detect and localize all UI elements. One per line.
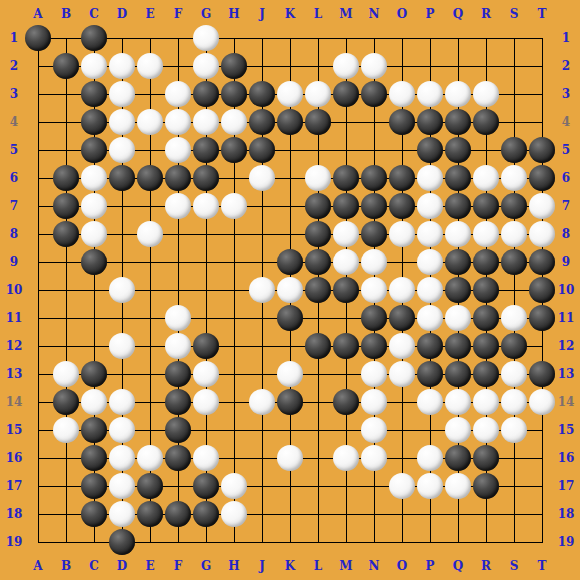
row-label-left-17: 17 [6, 480, 23, 492]
stone-black-F18 [165, 501, 191, 527]
stone-black-L12 [305, 333, 331, 359]
stone-white-D12 [109, 333, 135, 359]
stone-black-J3 [249, 81, 275, 107]
stone-black-T11 [529, 305, 555, 331]
col-label-bottom-O: O [397, 560, 407, 572]
stone-black-Q7 [445, 193, 471, 219]
col-label-top-T: T [538, 8, 547, 20]
stone-black-F6 [165, 165, 191, 191]
stone-white-T7 [529, 193, 555, 219]
row-label-right-14: 14 [558, 396, 575, 408]
col-label-bottom-R: R [481, 560, 491, 572]
stone-black-K4 [277, 109, 303, 135]
row-label-right-1: 1 [562, 32, 570, 44]
row-label-left-4: 4 [10, 116, 18, 128]
stone-white-B13 [53, 361, 79, 387]
stone-white-H7 [221, 193, 247, 219]
row-label-left-19: 19 [6, 536, 23, 548]
col-label-top-C: C [89, 8, 99, 20]
stone-white-P14 [417, 389, 443, 415]
stone-black-O7 [389, 193, 415, 219]
stone-white-G16 [193, 445, 219, 471]
stone-white-D10 [109, 277, 135, 303]
stone-white-H4 [221, 109, 247, 135]
stone-white-M16 [333, 445, 359, 471]
stone-black-G17 [193, 473, 219, 499]
col-label-bottom-A: A [33, 560, 42, 572]
stone-black-N8 [361, 221, 387, 247]
row-label-left-9: 9 [10, 256, 18, 268]
stone-black-P13 [417, 361, 443, 387]
row-label-right-10: 10 [558, 284, 575, 296]
stone-white-F4 [165, 109, 191, 135]
stone-black-T13 [529, 361, 555, 387]
stone-white-C14 [81, 389, 107, 415]
stone-black-L8 [305, 221, 331, 247]
stone-white-S14 [501, 389, 527, 415]
stone-white-S15 [501, 417, 527, 443]
stone-white-D2 [109, 53, 135, 79]
stone-black-D6 [109, 165, 135, 191]
stone-black-F15 [165, 417, 191, 443]
stone-black-D19 [109, 529, 135, 555]
stone-black-P12 [417, 333, 443, 359]
stone-black-L10 [305, 277, 331, 303]
col-label-bottom-M: M [339, 560, 352, 572]
stone-white-L3 [305, 81, 331, 107]
stone-black-K11 [277, 305, 303, 331]
stone-white-N14 [361, 389, 387, 415]
row-label-left-12: 12 [6, 340, 23, 352]
stone-black-O11 [389, 305, 415, 331]
stone-white-B15 [53, 417, 79, 443]
col-label-top-O: O [397, 8, 407, 20]
stone-black-E6 [137, 165, 163, 191]
row-label-left-15: 15 [6, 424, 23, 436]
stone-white-N10 [361, 277, 387, 303]
stone-black-L4 [305, 109, 331, 135]
stone-black-R11 [473, 305, 499, 331]
stone-white-O8 [389, 221, 415, 247]
row-label-left-18: 18 [6, 508, 23, 520]
stone-black-N7 [361, 193, 387, 219]
stone-black-M7 [333, 193, 359, 219]
stone-white-O17 [389, 473, 415, 499]
stone-black-C18 [81, 501, 107, 527]
row-label-right-19: 19 [558, 536, 575, 548]
stone-black-R17 [473, 473, 499, 499]
stone-white-E2 [137, 53, 163, 79]
stone-black-J4 [249, 109, 275, 135]
col-label-bottom-N: N [369, 560, 380, 572]
stone-white-S11 [501, 305, 527, 331]
stone-white-P16 [417, 445, 443, 471]
row-label-right-4: 4 [562, 116, 570, 128]
col-label-bottom-S: S [510, 560, 519, 572]
stone-white-P17 [417, 473, 443, 499]
stone-white-O3 [389, 81, 415, 107]
stone-white-J14 [249, 389, 275, 415]
stone-black-C16 [81, 445, 107, 471]
col-label-top-B: B [61, 8, 71, 20]
col-label-top-S: S [510, 8, 519, 20]
stone-black-N3 [361, 81, 387, 107]
stone-white-M9 [333, 249, 359, 275]
stone-black-M14 [333, 389, 359, 415]
row-label-left-13: 13 [6, 368, 23, 380]
stone-white-P3 [417, 81, 443, 107]
col-label-top-L: L [314, 8, 322, 20]
stone-black-M12 [333, 333, 359, 359]
col-label-top-M: M [339, 8, 352, 20]
stone-white-P10 [417, 277, 443, 303]
stone-white-D17 [109, 473, 135, 499]
stone-black-N12 [361, 333, 387, 359]
stone-black-B6 [53, 165, 79, 191]
col-label-bottom-H: H [228, 560, 239, 572]
stone-black-Q5 [445, 137, 471, 163]
col-label-bottom-G: G [201, 560, 211, 572]
col-label-top-K: K [285, 8, 295, 20]
stone-black-H5 [221, 137, 247, 163]
row-label-right-9: 9 [562, 256, 570, 268]
stone-black-G3 [193, 81, 219, 107]
stone-white-R3 [473, 81, 499, 107]
stone-black-Q13 [445, 361, 471, 387]
stone-white-Q17 [445, 473, 471, 499]
stone-white-H18 [221, 501, 247, 527]
stone-black-G12 [193, 333, 219, 359]
row-label-right-5: 5 [562, 144, 570, 156]
stone-black-B2 [53, 53, 79, 79]
stone-black-T9 [529, 249, 555, 275]
row-label-right-17: 17 [558, 480, 575, 492]
stone-black-E18 [137, 501, 163, 527]
col-label-top-F: F [174, 8, 183, 20]
stone-white-G4 [193, 109, 219, 135]
stone-black-R10 [473, 277, 499, 303]
stone-black-S9 [501, 249, 527, 275]
stone-black-R12 [473, 333, 499, 359]
row-label-left-2: 2 [10, 60, 18, 72]
col-label-top-H: H [228, 8, 239, 20]
col-label-bottom-Q: Q [453, 560, 463, 572]
stone-white-F5 [165, 137, 191, 163]
stone-white-R8 [473, 221, 499, 247]
stone-white-D5 [109, 137, 135, 163]
stone-white-M2 [333, 53, 359, 79]
stone-white-C8 [81, 221, 107, 247]
stone-white-N9 [361, 249, 387, 275]
stone-black-S7 [501, 193, 527, 219]
col-label-top-N: N [369, 8, 380, 20]
go-board[interactable]: AABBCCDDEEFFGGHHJJKKLLMMNNOOPPQQRRSSTT11… [0, 0, 580, 580]
stone-white-F11 [165, 305, 191, 331]
stone-black-T5 [529, 137, 555, 163]
stone-black-Q6 [445, 165, 471, 191]
stone-black-C4 [81, 109, 107, 135]
row-label-right-11: 11 [558, 312, 575, 324]
stone-black-R13 [473, 361, 499, 387]
stone-white-G1 [193, 25, 219, 51]
stone-black-P5 [417, 137, 443, 163]
stone-white-O12 [389, 333, 415, 359]
row-label-left-1: 1 [10, 32, 18, 44]
stone-black-H2 [221, 53, 247, 79]
stone-white-Q15 [445, 417, 471, 443]
stone-black-G5 [193, 137, 219, 163]
col-label-top-J: J [259, 8, 265, 20]
stone-white-P11 [417, 305, 443, 331]
stone-white-J10 [249, 277, 275, 303]
stone-white-K16 [277, 445, 303, 471]
stone-black-R7 [473, 193, 499, 219]
stone-black-M10 [333, 277, 359, 303]
col-label-top-D: D [117, 8, 127, 20]
col-label-top-G: G [201, 8, 211, 20]
stone-white-S6 [501, 165, 527, 191]
row-label-right-13: 13 [558, 368, 575, 380]
stone-white-L6 [305, 165, 331, 191]
stone-white-N2 [361, 53, 387, 79]
stone-black-M3 [333, 81, 359, 107]
col-label-bottom-L: L [314, 560, 322, 572]
stone-white-G14 [193, 389, 219, 415]
stone-black-N11 [361, 305, 387, 331]
stone-white-E16 [137, 445, 163, 471]
stone-white-F7 [165, 193, 191, 219]
stone-black-R4 [473, 109, 499, 135]
stone-black-Q16 [445, 445, 471, 471]
stone-white-O10 [389, 277, 415, 303]
stone-white-E4 [137, 109, 163, 135]
stone-black-J5 [249, 137, 275, 163]
stone-black-E17 [137, 473, 163, 499]
row-label-right-3: 3 [562, 88, 570, 100]
stone-white-J6 [249, 165, 275, 191]
stone-black-M6 [333, 165, 359, 191]
row-label-right-6: 6 [562, 172, 570, 184]
stone-black-C3 [81, 81, 107, 107]
stone-black-Q9 [445, 249, 471, 275]
stone-white-S13 [501, 361, 527, 387]
stone-black-C5 [81, 137, 107, 163]
stone-black-N6 [361, 165, 387, 191]
stone-black-C13 [81, 361, 107, 387]
row-label-left-5: 5 [10, 144, 18, 156]
stone-black-L7 [305, 193, 331, 219]
stone-black-O6 [389, 165, 415, 191]
col-label-bottom-T: T [538, 560, 547, 572]
stone-black-P4 [417, 109, 443, 135]
stone-white-T14 [529, 389, 555, 415]
stone-white-K3 [277, 81, 303, 107]
row-label-left-6: 6 [10, 172, 18, 184]
stone-black-C1 [81, 25, 107, 51]
stone-black-C9 [81, 249, 107, 275]
stone-black-H3 [221, 81, 247, 107]
stone-white-D16 [109, 445, 135, 471]
stone-black-L9 [305, 249, 331, 275]
stone-white-N16 [361, 445, 387, 471]
stone-black-K9 [277, 249, 303, 275]
col-label-top-A: A [33, 8, 42, 20]
stone-black-A1 [25, 25, 51, 51]
row-label-left-14: 14 [6, 396, 23, 408]
stone-white-Q11 [445, 305, 471, 331]
stone-white-C6 [81, 165, 107, 191]
stone-white-P9 [417, 249, 443, 275]
stone-black-R16 [473, 445, 499, 471]
row-label-right-2: 2 [562, 60, 570, 72]
stone-white-D15 [109, 417, 135, 443]
stone-black-F14 [165, 389, 191, 415]
row-label-right-16: 16 [558, 452, 575, 464]
stone-white-D4 [109, 109, 135, 135]
col-label-top-R: R [481, 8, 491, 20]
row-label-right-15: 15 [558, 424, 575, 436]
stone-white-D3 [109, 81, 135, 107]
stone-white-C2 [81, 53, 107, 79]
stone-white-T8 [529, 221, 555, 247]
row-label-left-11: 11 [6, 312, 23, 324]
stone-white-R6 [473, 165, 499, 191]
stone-white-Q14 [445, 389, 471, 415]
stone-white-K10 [277, 277, 303, 303]
stone-white-P7 [417, 193, 443, 219]
stone-white-O13 [389, 361, 415, 387]
stone-black-F16 [165, 445, 191, 471]
stone-black-O4 [389, 109, 415, 135]
stone-black-K14 [277, 389, 303, 415]
col-label-bottom-J: J [259, 560, 265, 572]
stone-white-G13 [193, 361, 219, 387]
stone-white-D14 [109, 389, 135, 415]
stone-black-T10 [529, 277, 555, 303]
stone-black-S5 [501, 137, 527, 163]
row-label-right-18: 18 [558, 508, 575, 520]
stone-black-Q4 [445, 109, 471, 135]
col-label-top-P: P [425, 8, 434, 20]
stone-black-B7 [53, 193, 79, 219]
row-label-right-8: 8 [562, 228, 570, 240]
stone-white-C7 [81, 193, 107, 219]
col-label-top-Q: Q [453, 8, 463, 20]
col-label-bottom-P: P [425, 560, 434, 572]
stone-black-Q12 [445, 333, 471, 359]
stone-black-G6 [193, 165, 219, 191]
stone-white-N15 [361, 417, 387, 443]
col-label-bottom-B: B [61, 560, 71, 572]
stone-black-C15 [81, 417, 107, 443]
col-label-bottom-F: F [174, 560, 183, 572]
stone-black-F13 [165, 361, 191, 387]
stone-white-P6 [417, 165, 443, 191]
stone-black-T6 [529, 165, 555, 191]
stone-black-C17 [81, 473, 107, 499]
stone-black-G18 [193, 501, 219, 527]
row-label-left-3: 3 [10, 88, 18, 100]
stone-white-H17 [221, 473, 247, 499]
stone-white-R14 [473, 389, 499, 415]
stone-white-Q8 [445, 221, 471, 247]
stone-white-G7 [193, 193, 219, 219]
stone-white-K13 [277, 361, 303, 387]
stone-black-B14 [53, 389, 79, 415]
stone-white-N13 [361, 361, 387, 387]
stone-black-Q10 [445, 277, 471, 303]
row-label-left-16: 16 [6, 452, 23, 464]
stone-black-B8 [53, 221, 79, 247]
stone-black-S12 [501, 333, 527, 359]
stone-white-R15 [473, 417, 499, 443]
stone-black-R9 [473, 249, 499, 275]
col-label-bottom-D: D [117, 560, 127, 572]
stone-white-F12 [165, 333, 191, 359]
stone-white-D18 [109, 501, 135, 527]
stone-white-E8 [137, 221, 163, 247]
row-label-left-7: 7 [10, 200, 18, 212]
stone-white-M8 [333, 221, 359, 247]
col-label-bottom-C: C [89, 560, 99, 572]
stone-white-G2 [193, 53, 219, 79]
col-label-bottom-K: K [285, 560, 295, 572]
col-label-top-E: E [145, 8, 154, 20]
row-label-left-10: 10 [6, 284, 23, 296]
col-label-bottom-E: E [145, 560, 154, 572]
row-label-right-7: 7 [562, 200, 570, 212]
stone-white-F3 [165, 81, 191, 107]
stone-white-P8 [417, 221, 443, 247]
row-label-left-8: 8 [10, 228, 18, 240]
stone-white-S8 [501, 221, 527, 247]
stone-white-Q3 [445, 81, 471, 107]
row-label-right-12: 12 [558, 340, 575, 352]
